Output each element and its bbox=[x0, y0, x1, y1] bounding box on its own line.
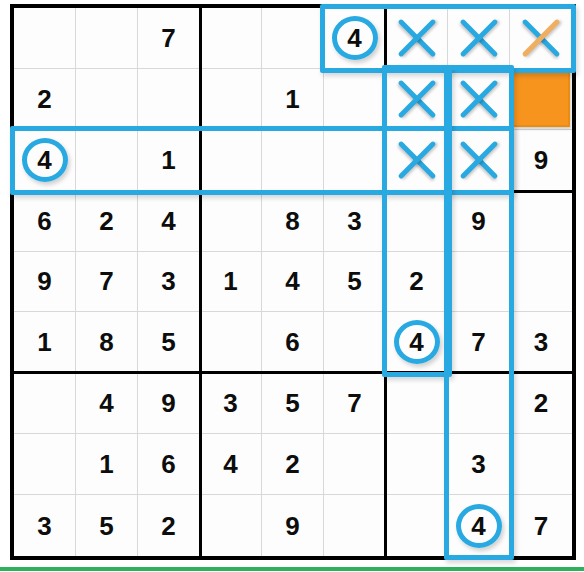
digit: 3 bbox=[161, 268, 175, 294]
digit: 8 bbox=[99, 329, 113, 355]
digit: 8 bbox=[285, 208, 299, 234]
cell-r8c8[interactable]: 3 bbox=[448, 434, 510, 495]
cell-r4c8[interactable]: 9 bbox=[448, 191, 510, 252]
digit: 6 bbox=[285, 329, 299, 355]
box-separator-horizontal bbox=[14, 190, 572, 193]
cell-r6c9[interactable]: 3 bbox=[510, 312, 572, 373]
cell-r4c7[interactable] bbox=[386, 191, 448, 252]
digit: 2 bbox=[534, 390, 548, 416]
cell-r9c4[interactable] bbox=[200, 495, 262, 556]
cell-r3c1[interactable]: 4 bbox=[14, 130, 76, 191]
digit: 6 bbox=[161, 451, 175, 477]
digit: 6 bbox=[37, 208, 51, 234]
cell-r3c8[interactable] bbox=[448, 130, 510, 191]
cell-r3c3[interactable]: 1 bbox=[138, 130, 200, 191]
digit: 4 bbox=[223, 451, 237, 477]
cell-r5c9[interactable] bbox=[510, 252, 572, 313]
cell-r8c3[interactable]: 6 bbox=[138, 434, 200, 495]
cell-r3c6[interactable] bbox=[324, 130, 386, 191]
cell-r6c1[interactable]: 1 bbox=[14, 312, 76, 373]
cell-r6c7[interactable]: 4 bbox=[386, 312, 448, 373]
cell-r5c4[interactable]: 1 bbox=[200, 252, 262, 313]
digit: 1 bbox=[99, 451, 113, 477]
cell-r2c4[interactable] bbox=[200, 69, 262, 130]
digit: 1 bbox=[285, 86, 299, 112]
digit: 7 bbox=[161, 25, 175, 51]
digit: 9 bbox=[285, 513, 299, 539]
cell-r6c8[interactable]: 7 bbox=[448, 312, 510, 373]
cell-r8c9[interactable] bbox=[510, 434, 572, 495]
digit: 5 bbox=[161, 329, 175, 355]
digit: 2 bbox=[99, 208, 113, 234]
cell-r8c6[interactable] bbox=[324, 434, 386, 495]
cell-r4c6[interactable]: 3 bbox=[324, 191, 386, 252]
digit: 9 bbox=[161, 390, 175, 416]
cell-r8c1[interactable] bbox=[14, 434, 76, 495]
digit: 4 bbox=[37, 147, 51, 173]
cell-r7c6[interactable]: 7 bbox=[324, 373, 386, 434]
sudoku-app: 7421419624839973145218564734935721642335… bbox=[0, 0, 584, 572]
cell-r7c2[interactable]: 4 bbox=[76, 373, 138, 434]
digit: 3 bbox=[534, 329, 548, 355]
box-separator-horizontal bbox=[14, 371, 572, 374]
bottom-progress-bar bbox=[0, 567, 584, 571]
cell-r5c6[interactable]: 5 bbox=[324, 252, 386, 313]
cell-r9c8[interactable]: 4 bbox=[448, 495, 510, 556]
cell-r4c4[interactable] bbox=[200, 191, 262, 252]
cell-r4c2[interactable]: 2 bbox=[76, 191, 138, 252]
cell-r1c8[interactable] bbox=[448, 8, 510, 69]
cell-r2c7[interactable] bbox=[386, 69, 448, 130]
box-separator-vertical bbox=[199, 8, 202, 556]
cell-r3c9[interactable]: 9 bbox=[510, 130, 572, 191]
cell-r4c3[interactable]: 4 bbox=[138, 191, 200, 252]
cell-r3c4[interactable] bbox=[200, 130, 262, 191]
cell-r5c3[interactable]: 3 bbox=[138, 252, 200, 313]
elimination-x-icon bbox=[448, 130, 509, 190]
cell-r5c5[interactable]: 4 bbox=[262, 252, 324, 313]
digit: 4 bbox=[409, 329, 423, 355]
cell-r1c1[interactable] bbox=[14, 8, 76, 69]
cell-r2c6[interactable] bbox=[324, 69, 386, 130]
cell-r6c6[interactable] bbox=[324, 312, 386, 373]
cell-r6c3[interactable]: 5 bbox=[138, 312, 200, 373]
digit: 1 bbox=[223, 268, 237, 294]
target-cell-highlight bbox=[512, 71, 570, 127]
cell-r1c6[interactable]: 4 bbox=[324, 8, 386, 69]
cell-r6c5[interactable]: 6 bbox=[262, 312, 324, 373]
elimination-x-icon bbox=[510, 8, 572, 68]
cell-r9c3[interactable]: 2 bbox=[138, 495, 200, 556]
cell-r7c1[interactable] bbox=[14, 373, 76, 434]
cell-r8c7[interactable] bbox=[386, 434, 448, 495]
digit: 1 bbox=[37, 329, 51, 355]
digit: 7 bbox=[347, 390, 361, 416]
cell-r8c4[interactable]: 4 bbox=[200, 434, 262, 495]
digit: 9 bbox=[37, 268, 51, 294]
cell-r6c2[interactable]: 8 bbox=[76, 312, 138, 373]
digit: 3 bbox=[223, 390, 237, 416]
cell-r1c2[interactable] bbox=[76, 8, 138, 69]
cell-r4c1[interactable]: 6 bbox=[14, 191, 76, 252]
cell-r2c5[interactable]: 1 bbox=[262, 69, 324, 130]
elimination-x-icon bbox=[386, 130, 447, 190]
cell-r7c4[interactable]: 3 bbox=[200, 373, 262, 434]
digit: 9 bbox=[471, 208, 485, 234]
cell-r5c2[interactable]: 7 bbox=[76, 252, 138, 313]
digit: 1 bbox=[161, 147, 175, 173]
digit: 7 bbox=[534, 513, 548, 539]
digit: 2 bbox=[37, 86, 51, 112]
sudoku-board: 7421419624839973145218564734935721642335… bbox=[10, 4, 576, 560]
elimination-x-icon bbox=[448, 8, 509, 68]
digit: 7 bbox=[99, 268, 113, 294]
digit: 4 bbox=[471, 513, 485, 539]
digit: 2 bbox=[409, 268, 423, 294]
cell-r8c2[interactable]: 1 bbox=[76, 434, 138, 495]
cell-r2c2[interactable] bbox=[76, 69, 138, 130]
cell-r9c2[interactable]: 5 bbox=[76, 495, 138, 556]
cell-r1c5[interactable] bbox=[262, 8, 324, 69]
digit: 2 bbox=[285, 451, 299, 477]
digit: 3 bbox=[347, 208, 361, 234]
cell-r3c2[interactable] bbox=[76, 130, 138, 191]
elimination-x-icon bbox=[448, 69, 509, 129]
cell-r9c9[interactable]: 7 bbox=[510, 495, 572, 556]
cell-r7c7[interactable] bbox=[386, 373, 448, 434]
cell-r8c5[interactable]: 2 bbox=[262, 434, 324, 495]
digit: 7 bbox=[471, 329, 485, 355]
digit: 4 bbox=[161, 208, 175, 234]
cell-r2c8[interactable] bbox=[448, 69, 510, 130]
cell-r6c4[interactable] bbox=[200, 312, 262, 373]
cell-r9c7[interactable] bbox=[386, 495, 448, 556]
cell-r5c1[interactable]: 9 bbox=[14, 252, 76, 313]
cell-r7c9[interactable]: 2 bbox=[510, 373, 572, 434]
digit: 2 bbox=[161, 513, 175, 539]
cell-r1c4[interactable] bbox=[200, 8, 262, 69]
cell-r2c9[interactable] bbox=[510, 69, 572, 130]
digit: 4 bbox=[99, 390, 113, 416]
cell-r2c3[interactable] bbox=[138, 69, 200, 130]
cell-r2c1[interactable]: 2 bbox=[14, 69, 76, 130]
cell-r1c9[interactable] bbox=[510, 8, 572, 69]
digit: 5 bbox=[347, 268, 361, 294]
cell-r1c3[interactable]: 7 bbox=[138, 8, 200, 69]
cell-r9c6[interactable] bbox=[324, 495, 386, 556]
cell-r4c9[interactable] bbox=[510, 191, 572, 252]
cell-r5c8[interactable] bbox=[448, 252, 510, 313]
elimination-x-icon bbox=[386, 69, 447, 129]
elimination-x-icon bbox=[386, 8, 447, 68]
digit: 4 bbox=[285, 268, 299, 294]
digit: 5 bbox=[285, 390, 299, 416]
digit: 3 bbox=[37, 513, 51, 539]
cell-r7c5[interactable]: 5 bbox=[262, 373, 324, 434]
cell-r4c5[interactable]: 8 bbox=[262, 191, 324, 252]
cell-r3c5[interactable] bbox=[262, 130, 324, 191]
cell-r9c5[interactable]: 9 bbox=[262, 495, 324, 556]
cell-r5c7[interactable]: 2 bbox=[386, 252, 448, 313]
cell-r7c8[interactable] bbox=[448, 373, 510, 434]
digit: 9 bbox=[534, 147, 548, 173]
digit: 3 bbox=[471, 451, 485, 477]
cell-r7c3[interactable]: 9 bbox=[138, 373, 200, 434]
cell-r9c1[interactable]: 3 bbox=[14, 495, 76, 556]
digit: 4 bbox=[347, 25, 361, 51]
digit: 5 bbox=[99, 513, 113, 539]
cell-r1c7[interactable] bbox=[386, 8, 448, 69]
cell-r3c7[interactable] bbox=[386, 130, 448, 191]
